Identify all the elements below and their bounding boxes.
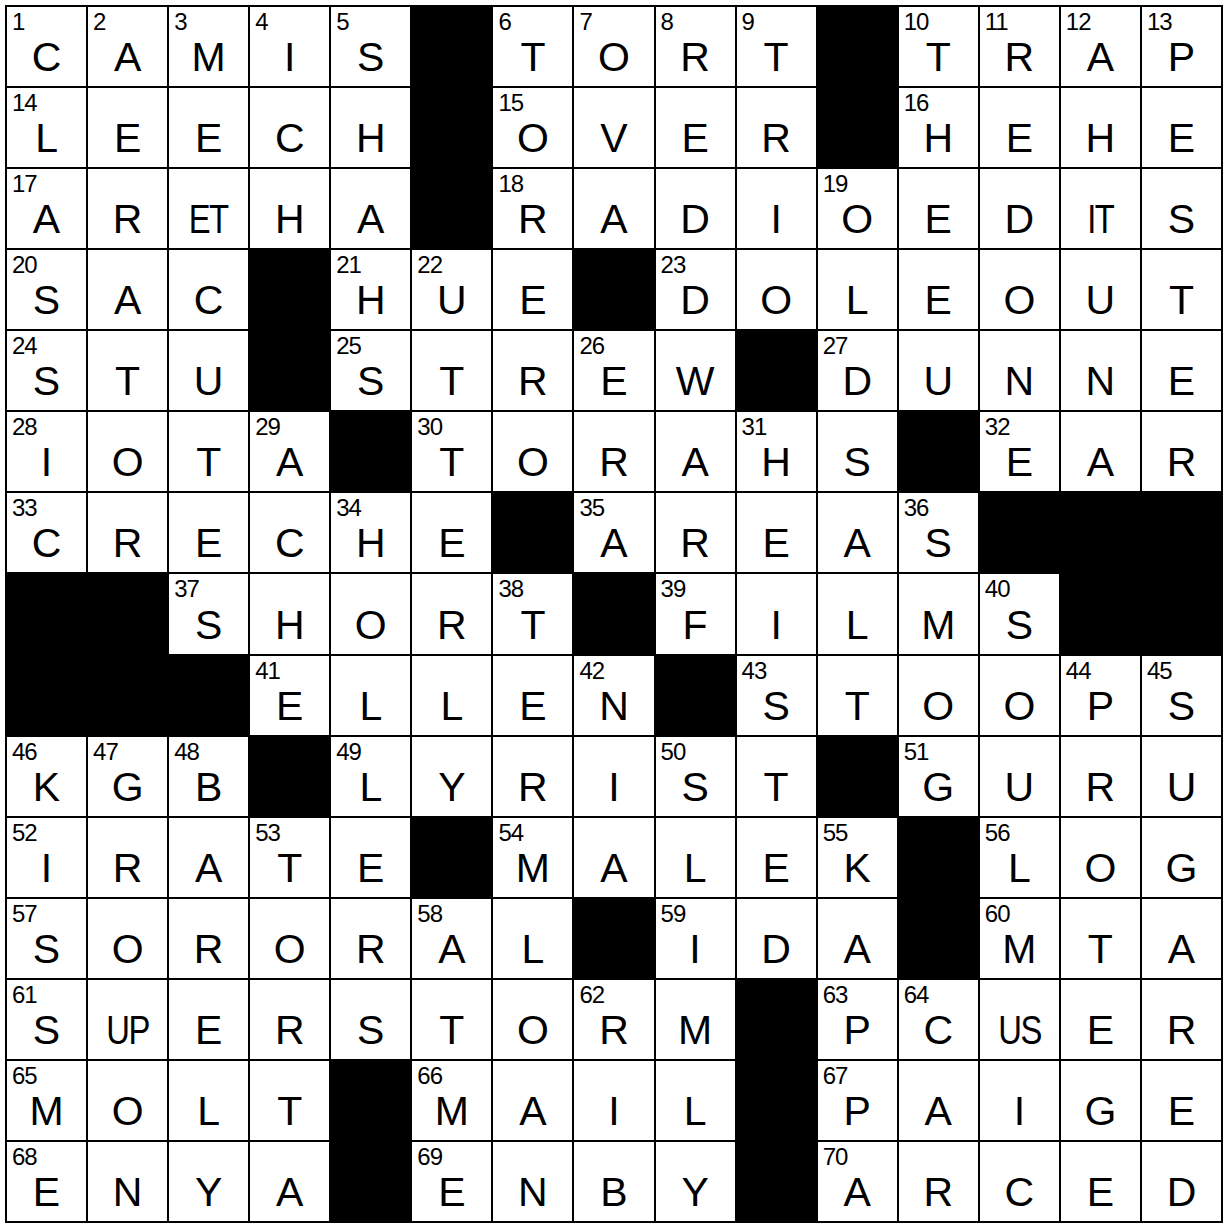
cell-r13c6[interactable]: T — [412, 980, 491, 1059]
cell-r4c5[interactable]: 21H — [331, 250, 410, 329]
cell-r10c1[interactable]: 46K — [7, 737, 86, 816]
cell-letter: R — [923, 1172, 953, 1221]
clue-number: 38 — [498, 576, 523, 601]
cell-r9c15[interactable]: 45S — [1142, 656, 1221, 735]
cell-r14c14[interactable]: G — [1061, 1061, 1140, 1140]
cell-r8c4[interactable]: H — [250, 574, 329, 653]
cell-r4c11[interactable]: L — [818, 250, 897, 329]
cell-r8c10[interactable]: I — [737, 574, 816, 653]
cell-r11c11[interactable]: 55K — [818, 818, 897, 897]
cell-r6c7[interactable]: O — [493, 412, 572, 491]
cell-r13c9[interactable]: M — [656, 980, 735, 1059]
cell-letter: I — [770, 199, 781, 248]
block-r14c10 — [737, 1061, 816, 1140]
cell-r12c15[interactable]: A — [1142, 899, 1221, 978]
cell-r7c5[interactable]: 34H — [331, 493, 410, 572]
cell-r11c2[interactable]: R — [88, 818, 167, 897]
cell-r10c14[interactable]: R — [1061, 737, 1140, 816]
cell-r10c7[interactable]: R — [493, 737, 572, 816]
cell-letter: F — [683, 605, 708, 654]
cell-r2c3[interactable]: E — [169, 88, 248, 167]
cell-r7c8[interactable]: 35A — [574, 493, 653, 572]
cell-r14c1[interactable]: 65M — [7, 1061, 86, 1140]
cell-r5c14[interactable]: N — [1061, 331, 1140, 410]
cell-r2c9[interactable]: E — [656, 88, 735, 167]
cell-r15c15[interactable]: D — [1142, 1142, 1221, 1221]
clue-number: 50 — [661, 739, 686, 764]
cell-letter: R — [113, 848, 143, 897]
cell-letter: S — [33, 1010, 60, 1059]
cell-r8c13[interactable]: 40S — [980, 574, 1059, 653]
cell-r10c3[interactable]: 48B — [169, 737, 248, 816]
cell-r8c6[interactable]: R — [412, 574, 491, 653]
cell-r9c10[interactable]: 43S — [737, 656, 816, 735]
cell-r3c10[interactable]: I — [737, 169, 816, 248]
cell-r14c8[interactable]: I — [574, 1061, 653, 1140]
clue-number: 43 — [742, 658, 767, 683]
cell-r9c12[interactable]: O — [899, 656, 978, 735]
cell-r15c11[interactable]: 70A — [818, 1142, 897, 1221]
cell-r8c9[interactable]: 39F — [656, 574, 735, 653]
cell-r6c10[interactable]: 31H — [737, 412, 816, 491]
clue-number: 16 — [904, 90, 929, 115]
cell-r7c3[interactable]: E — [169, 493, 248, 572]
cell-r8c12[interactable]: M — [899, 574, 978, 653]
cell-r12c7[interactable]: L — [493, 899, 572, 978]
cell-letter: U — [437, 280, 467, 329]
cell-r4c13[interactable]: O — [980, 250, 1059, 329]
cell-r12c1[interactable]: 57S — [7, 899, 86, 978]
cell-letter: C — [275, 523, 305, 572]
cell-r14c11[interactable]: 67P — [818, 1061, 897, 1140]
clue-number: 21 — [336, 252, 361, 277]
clue-number: 5 — [336, 9, 348, 34]
clue-number: 8 — [661, 9, 673, 34]
cell-letter: A — [114, 37, 141, 86]
cell-letter: U — [1086, 280, 1116, 329]
cell-letter: E — [195, 1010, 222, 1059]
cell-letter: I — [608, 767, 619, 816]
cell-r2c2[interactable]: E — [88, 88, 167, 167]
cell-letter: S — [925, 523, 952, 572]
cell-letter: O — [841, 199, 873, 248]
cell-r9c14[interactable]: 44P — [1061, 656, 1140, 735]
cell-r12c5[interactable]: R — [331, 899, 410, 978]
cell-letter: L — [846, 605, 869, 654]
cell-letter: E — [438, 523, 465, 572]
clue-number: 36 — [904, 495, 929, 520]
cell-r10c2[interactable]: 47G — [88, 737, 167, 816]
cell-r5c8[interactable]: 26E — [574, 331, 653, 410]
cell-r11c3[interactable]: A — [169, 818, 248, 897]
block-r11c12 — [899, 818, 978, 897]
cell-r8c11[interactable]: L — [818, 574, 897, 653]
cell-r4c1[interactable]: 20S — [7, 250, 86, 329]
cell-r14c12[interactable]: A — [899, 1061, 978, 1140]
cell-r9c5[interactable]: L — [331, 656, 410, 735]
cell-r15c4[interactable]: A — [250, 1142, 329, 1221]
cell-letter: L — [197, 1091, 220, 1140]
block-r9c9 — [656, 656, 735, 735]
cell-letter: E — [1168, 118, 1195, 167]
cell-letter: R — [680, 523, 710, 572]
cell-r12c3[interactable]: R — [169, 899, 248, 978]
cell-r15c9[interactable]: Y — [656, 1142, 735, 1221]
cell-r1c9[interactable]: 8R — [656, 7, 735, 86]
clue-number: 47 — [93, 739, 118, 764]
block-r13c10 — [737, 980, 816, 1059]
cell-letter: S — [762, 686, 789, 735]
cell-letter: E — [357, 848, 384, 897]
clue-number: 63 — [823, 982, 848, 1007]
cell-r3c11[interactable]: 19O — [818, 169, 897, 248]
clue-number: 29 — [255, 414, 280, 439]
crossword-grid: 1C2A3M4I5S6T7O8R9T10T11R12A13P14LEECH15O… — [5, 5, 1223, 1223]
cell-r2c14[interactable]: H — [1061, 88, 1140, 167]
clue-number: 51 — [904, 739, 929, 764]
cell-r11c8[interactable]: A — [574, 818, 653, 897]
clue-number: 52 — [12, 820, 37, 845]
cell-r13c1[interactable]: 61S — [7, 980, 86, 1059]
cell-letter: K — [844, 848, 871, 897]
cell-r2c12[interactable]: 16H — [899, 88, 978, 167]
cell-letter: E — [762, 523, 789, 572]
cell-r15c1[interactable]: 68E — [7, 1142, 86, 1221]
cell-r15c3[interactable]: Y — [169, 1142, 248, 1221]
cell-r10c9[interactable]: 50S — [656, 737, 735, 816]
cell-letter: R — [1005, 37, 1035, 86]
block-r12c8 — [574, 899, 653, 978]
cell-letter: E — [195, 523, 222, 572]
cell-letter: O — [274, 929, 306, 978]
cell-letter: P — [844, 1091, 871, 1140]
cell-r12c9[interactable]: 59I — [656, 899, 735, 978]
cell-r1c15[interactable]: 13P — [1142, 7, 1221, 86]
clue-number: 26 — [579, 333, 604, 358]
cell-letter-rebus: IT — [1087, 199, 1113, 248]
clue-number: 62 — [579, 982, 604, 1007]
cell-r13c3[interactable]: E — [169, 980, 248, 1059]
cell-r3c4[interactable]: H — [250, 169, 329, 248]
cell-r9c6[interactable]: L — [412, 656, 491, 735]
cell-r6c11[interactable]: S — [818, 412, 897, 491]
cell-r13c2[interactable]: UP — [88, 980, 167, 1059]
cell-r6c8[interactable]: R — [574, 412, 653, 491]
cell-letter: A — [844, 1172, 871, 1221]
cell-r15c13[interactable]: C — [980, 1142, 1059, 1221]
cell-letter: D — [680, 280, 710, 329]
cell-r13c4[interactable]: R — [250, 980, 329, 1059]
cell-r11c4[interactable]: 53T — [250, 818, 329, 897]
cell-r1c10[interactable]: 9T — [737, 7, 816, 86]
clue-number: 58 — [417, 901, 442, 926]
cell-r14c9[interactable]: L — [656, 1061, 735, 1140]
cell-r7c1[interactable]: 33C — [7, 493, 86, 572]
cell-r14c15[interactable]: E — [1142, 1061, 1221, 1140]
cell-r11c9[interactable]: L — [656, 818, 735, 897]
cell-letter: G — [922, 767, 954, 816]
cell-r2c4[interactable]: C — [250, 88, 329, 167]
cell-letter: E — [33, 1172, 60, 1221]
cell-r11c15[interactable]: G — [1142, 818, 1221, 897]
block-r7c7 — [493, 493, 572, 572]
cell-letter: A — [114, 280, 141, 329]
cell-r5c5[interactable]: 25S — [331, 331, 410, 410]
cell-r11c5[interactable]: E — [331, 818, 410, 897]
cell-r1c4[interactable]: 4I — [250, 7, 329, 86]
cell-r1c8[interactable]: 7O — [574, 7, 653, 86]
cell-letter: E — [925, 199, 952, 248]
cell-r1c5[interactable]: 5S — [331, 7, 410, 86]
cell-letter: O — [922, 686, 954, 735]
cell-r6c4[interactable]: 29A — [250, 412, 329, 491]
cell-r1c12[interactable]: 10T — [899, 7, 978, 86]
cell-letter: C — [32, 523, 62, 572]
cell-r10c5[interactable]: 49L — [331, 737, 410, 816]
cell-r10c12[interactable]: 51G — [899, 737, 978, 816]
cell-r4c2[interactable]: A — [88, 250, 167, 329]
cell-r15c7[interactable]: N — [493, 1142, 572, 1221]
cell-letter: D — [680, 199, 710, 248]
clue-number: 23 — [661, 252, 686, 277]
cell-r3c15[interactable]: S — [1142, 169, 1221, 248]
cell-r5c6[interactable]: T — [412, 331, 491, 410]
cell-letter: R — [518, 361, 548, 410]
cell-r12c2[interactable]: O — [88, 899, 167, 978]
cell-r13c12[interactable]: 64C — [899, 980, 978, 1059]
cell-letter: L — [440, 686, 463, 735]
cell-letter: K — [33, 767, 60, 816]
cell-letter: S — [357, 37, 384, 86]
cell-letter: I — [41, 848, 52, 897]
cell-r14c13[interactable]: I — [980, 1061, 1059, 1140]
cell-letter: C — [275, 118, 305, 167]
cell-r7c9[interactable]: R — [656, 493, 735, 572]
block-r4c8 — [574, 250, 653, 329]
block-r2c11 — [818, 88, 897, 167]
cell-r1c2[interactable]: 2A — [88, 7, 167, 86]
cell-r13c5[interactable]: S — [331, 980, 410, 1059]
cell-letter: I — [1014, 1091, 1025, 1140]
cell-letter: M — [192, 37, 226, 86]
cell-r11c7[interactable]: 54M — [493, 818, 572, 897]
cell-r14c7[interactable]: A — [493, 1061, 572, 1140]
clue-number: 56 — [985, 820, 1010, 845]
cell-r2c8[interactable]: V — [574, 88, 653, 167]
cell-r4c10[interactable]: O — [737, 250, 816, 329]
cell-r11c10[interactable]: E — [737, 818, 816, 897]
cell-r8c5[interactable]: O — [331, 574, 410, 653]
cell-r10c15[interactable]: U — [1142, 737, 1221, 816]
cell-r7c4[interactable]: C — [250, 493, 329, 572]
cell-r5c11[interactable]: 27D — [818, 331, 897, 410]
clue-number: 40 — [985, 576, 1010, 601]
cell-r3c14[interactable]: IT — [1061, 169, 1140, 248]
cell-r1c3[interactable]: 3M — [169, 7, 248, 86]
cell-r6c14[interactable]: A — [1061, 412, 1140, 491]
cell-r6c1[interactable]: 28I — [7, 412, 86, 491]
cell-r15c12[interactable]: R — [899, 1142, 978, 1221]
cell-r13c13[interactable]: US — [980, 980, 1059, 1059]
cell-r10c10[interactable]: T — [737, 737, 816, 816]
cell-letter: C — [194, 280, 224, 329]
cell-r5c15[interactable]: E — [1142, 331, 1221, 410]
cell-r13c14[interactable]: E — [1061, 980, 1140, 1059]
cell-letter: A — [600, 199, 627, 248]
cell-r15c14[interactable]: E — [1061, 1142, 1140, 1221]
clue-number: 64 — [904, 982, 929, 1007]
cell-letter: C — [1005, 1172, 1035, 1221]
cell-r11c1[interactable]: 52I — [7, 818, 86, 897]
block-r8c8 — [574, 574, 653, 653]
cell-r3c7[interactable]: 18R — [493, 169, 572, 248]
cell-r1c13[interactable]: 11R — [980, 7, 1059, 86]
cell-r1c7[interactable]: 6T — [493, 7, 572, 86]
cell-r9c11[interactable]: T — [818, 656, 897, 735]
cell-r9c13[interactable]: O — [980, 656, 1059, 735]
cell-letter: U — [1005, 767, 1035, 816]
cell-r5c2[interactable]: T — [88, 331, 167, 410]
cell-r5c12[interactable]: U — [899, 331, 978, 410]
cell-r9c8[interactable]: 42N — [574, 656, 653, 735]
cell-r13c11[interactable]: 63P — [818, 980, 897, 1059]
cell-r1c1[interactable]: 1C — [7, 7, 86, 86]
clue-number: 65 — [12, 1063, 37, 1088]
cell-r5c1[interactable]: 24S — [7, 331, 86, 410]
cell-r7c11[interactable]: A — [818, 493, 897, 572]
cell-r2c1[interactable]: 14L — [7, 88, 86, 167]
cell-r4c15[interactable]: T — [1142, 250, 1221, 329]
block-r5c4 — [250, 331, 329, 410]
cell-r4c6[interactable]: 22U — [412, 250, 491, 329]
cell-r15c6[interactable]: 69E — [412, 1142, 491, 1221]
cell-r14c3[interactable]: L — [169, 1061, 248, 1140]
cell-letter: R — [680, 37, 710, 86]
cell-r3c3[interactable]: ET — [169, 169, 248, 248]
cell-r8c3[interactable]: 37S — [169, 574, 248, 653]
cell-r12c6[interactable]: 58A — [412, 899, 491, 978]
cell-r7c2[interactable]: R — [88, 493, 167, 572]
cell-r5c3[interactable]: U — [169, 331, 248, 410]
cell-r1c14[interactable]: 12A — [1061, 7, 1140, 86]
cell-letter: O — [112, 442, 144, 491]
cell-r3c2[interactable]: R — [88, 169, 167, 248]
block-r11c6 — [412, 818, 491, 897]
cell-letter: A — [195, 848, 222, 897]
cell-r10c6[interactable]: Y — [412, 737, 491, 816]
cell-r4c7[interactable]: E — [493, 250, 572, 329]
cell-r14c4[interactable]: T — [250, 1061, 329, 1140]
cell-letter: L — [684, 1091, 707, 1140]
cell-r10c13[interactable]: U — [980, 737, 1059, 816]
cell-r5c7[interactable]: R — [493, 331, 572, 410]
cell-letter: R — [194, 929, 224, 978]
block-r7c14 — [1061, 493, 1140, 572]
cell-r6c15[interactable]: R — [1142, 412, 1221, 491]
cell-r12c10[interactable]: D — [737, 899, 816, 978]
cell-r12c13[interactable]: 60M — [980, 899, 1059, 978]
cell-letter: R — [1167, 1010, 1197, 1059]
clue-number: 57 — [12, 901, 37, 926]
clue-number: 18 — [498, 171, 523, 196]
clue-number: 54 — [498, 820, 523, 845]
cell-r6c3[interactable]: T — [169, 412, 248, 491]
cell-r7c12[interactable]: 36S — [899, 493, 978, 572]
cell-r4c3[interactable]: C — [169, 250, 248, 329]
cell-r2c15[interactable]: E — [1142, 88, 1221, 167]
cell-r4c9[interactable]: 23D — [656, 250, 735, 329]
cell-r12c14[interactable]: T — [1061, 899, 1140, 978]
cell-r9c4[interactable]: 41E — [250, 656, 329, 735]
cell-r3c12[interactable]: E — [899, 169, 978, 248]
cell-r4c12[interactable]: E — [899, 250, 978, 329]
cell-letter: M — [29, 1091, 63, 1140]
cell-r8c7[interactable]: 38T — [493, 574, 572, 653]
cell-r7c6[interactable]: E — [412, 493, 491, 572]
cell-r6c9[interactable]: A — [656, 412, 735, 491]
cell-r2c10[interactable]: R — [737, 88, 816, 167]
cell-r12c4[interactable]: O — [250, 899, 329, 978]
cell-letter: T — [277, 1091, 302, 1140]
cell-r9c7[interactable]: E — [493, 656, 572, 735]
clue-number: 10 — [904, 9, 929, 34]
clue-number: 24 — [12, 333, 37, 358]
block-r3c6 — [412, 169, 491, 248]
cell-r11c14[interactable]: O — [1061, 818, 1140, 897]
cell-letter: S — [357, 361, 384, 410]
cell-r14c2[interactable]: O — [88, 1061, 167, 1140]
cell-r15c2[interactable]: N — [88, 1142, 167, 1221]
cell-r10c8[interactable]: I — [574, 737, 653, 816]
cell-r3c1[interactable]: 17A — [7, 169, 86, 248]
clue-number: 6 — [498, 9, 510, 34]
cell-letter: D — [761, 929, 791, 978]
cell-letter: A — [844, 929, 871, 978]
cell-r6c2[interactable]: O — [88, 412, 167, 491]
cell-r5c13[interactable]: N — [980, 331, 1059, 410]
cell-letter: M — [435, 1091, 469, 1140]
cell-r11c13[interactable]: 56L — [980, 818, 1059, 897]
cell-r6c13[interactable]: 32E — [980, 412, 1059, 491]
cell-r13c8[interactable]: 62R — [574, 980, 653, 1059]
cell-letter: O — [760, 280, 792, 329]
clue-number: 31 — [742, 414, 767, 439]
cell-r3c9[interactable]: D — [656, 169, 735, 248]
cell-letter: A — [276, 442, 303, 491]
block-r6c5 — [331, 412, 410, 491]
cell-r2c13[interactable]: E — [980, 88, 1059, 167]
cell-r5c9[interactable]: W — [656, 331, 735, 410]
cell-r4c14[interactable]: U — [1061, 250, 1140, 329]
cell-letter-rebus: ET — [189, 199, 228, 248]
clue-number: 37 — [174, 576, 199, 601]
cell-r15c8[interactable]: B — [574, 1142, 653, 1221]
cell-r2c7[interactable]: 15O — [493, 88, 572, 167]
cell-r13c7[interactable]: O — [493, 980, 572, 1059]
cell-r12c11[interactable]: A — [818, 899, 897, 978]
cell-letter: O — [517, 118, 549, 167]
cell-r13c15[interactable]: R — [1142, 980, 1221, 1059]
cell-r2c5[interactable]: H — [331, 88, 410, 167]
cell-r3c13[interactable]: D — [980, 169, 1059, 248]
clue-number: 19 — [823, 171, 848, 196]
cell-r7c10[interactable]: E — [737, 493, 816, 572]
cell-letter: O — [517, 442, 549, 491]
cell-r3c5[interactable]: A — [331, 169, 410, 248]
cell-r14c6[interactable]: 66M — [412, 1061, 491, 1140]
cell-r3c8[interactable]: A — [574, 169, 653, 248]
cell-r6c6[interactable]: 30T — [412, 412, 491, 491]
